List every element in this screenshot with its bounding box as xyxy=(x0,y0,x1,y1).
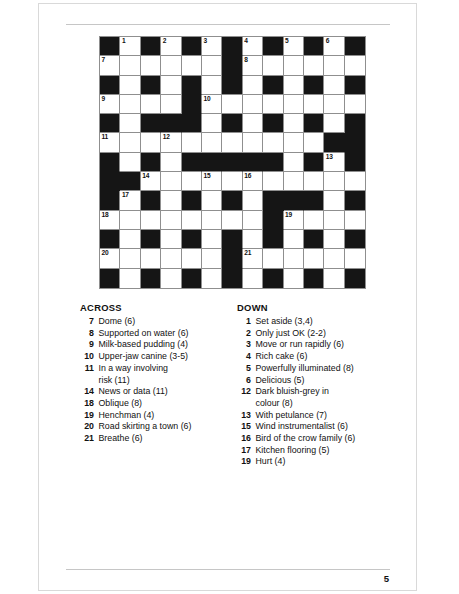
cell-r12c8[interactable]: 21 xyxy=(243,249,263,268)
cell-r8c1 xyxy=(100,172,120,191)
cell-r7c12[interactable]: 13 xyxy=(324,153,344,172)
cell-clue-number: 18 xyxy=(102,211,109,219)
cell-r3c5 xyxy=(182,76,202,95)
cell-r1c4[interactable]: 2 xyxy=(161,37,181,56)
cell-r8c12[interactable] xyxy=(324,172,344,191)
cell-clue-number: 15 xyxy=(203,172,210,180)
clue-text: Breathe (6) xyxy=(99,433,143,445)
cell-r8c4[interactable] xyxy=(161,172,181,191)
cell-r7c9 xyxy=(263,153,283,172)
cell-clue-number: 16 xyxy=(244,172,251,180)
across-clue-11: 11In a way involvingrisk (11) xyxy=(80,363,232,386)
cell-r7c10[interactable] xyxy=(284,153,304,172)
cell-r11c2[interactable] xyxy=(120,230,140,249)
cell-r10c1[interactable]: 18 xyxy=(100,211,120,230)
cell-r1c6[interactable]: 3 xyxy=(202,37,222,56)
across-clue-20: 20Road skirting a town (6) xyxy=(80,421,232,433)
cell-r5c11 xyxy=(304,114,324,133)
cell-r10c10[interactable]: 19 xyxy=(284,211,304,230)
across-header: ACROSS xyxy=(80,302,232,313)
clue-text: Dark bluish-grey incolour (8) xyxy=(256,386,329,409)
cell-r1c9 xyxy=(263,37,283,56)
cell-clue-number: 14 xyxy=(142,172,149,180)
down-clue-list: 1Set aside (3,4)2Only just OK (2-2)3Move… xyxy=(237,316,397,468)
clue-text: Milk-based pudding (4) xyxy=(99,339,188,351)
cell-r12c6[interactable] xyxy=(202,249,222,268)
down-clue-13: 13With petulance (7) xyxy=(237,410,397,422)
down-clue-16: 16Bird of the crow family (6) xyxy=(237,433,397,445)
cell-clue-number: 5 xyxy=(285,37,288,45)
cell-r5c1 xyxy=(100,114,120,133)
cell-r2c5[interactable] xyxy=(182,56,202,75)
cell-r7c5 xyxy=(182,153,202,172)
cell-r12c10[interactable] xyxy=(284,249,304,268)
clue-text: In a way involvingrisk (11) xyxy=(99,363,168,386)
cell-r6c5[interactable] xyxy=(182,133,202,152)
cell-r12c11[interactable] xyxy=(304,249,324,268)
across-section: ACROSS 7Dome (6)8Supported on water (6)9… xyxy=(80,302,232,445)
cell-r4c13[interactable] xyxy=(345,95,365,114)
cell-r1c13 xyxy=(345,37,365,56)
cell-r8c9[interactable] xyxy=(263,172,283,191)
cell-r5c10[interactable] xyxy=(284,114,304,133)
cell-clue-number: 8 xyxy=(244,56,247,64)
cell-r9c2[interactable]: 17 xyxy=(120,191,140,210)
cell-r3c1 xyxy=(100,76,120,95)
clue-text: Henchman (4) xyxy=(99,410,155,422)
across-clue-9: 9Milk-based pudding (4) xyxy=(80,339,232,351)
cell-r1c7 xyxy=(222,37,242,56)
down-clue-15: 15Wind instrumentalist (6) xyxy=(237,421,397,433)
clue-number: 14 xyxy=(80,386,94,398)
cell-clue-number: 3 xyxy=(203,37,206,45)
clue-number: 13 xyxy=(237,410,251,422)
top-rule xyxy=(66,24,390,25)
cell-r11c9 xyxy=(263,230,283,249)
cell-r1c11 xyxy=(304,37,324,56)
cell-r11c4[interactable] xyxy=(161,230,181,249)
clue-number: 9 xyxy=(80,339,94,351)
clue-text: Upper-jaw canine (3-5) xyxy=(99,351,188,363)
cell-r9c4[interactable] xyxy=(161,191,181,210)
cell-r4c6[interactable]: 10 xyxy=(202,95,222,114)
cell-r6c1[interactable]: 11 xyxy=(100,133,120,152)
cell-r10c9 xyxy=(263,211,283,230)
cell-clue-number: 2 xyxy=(163,37,166,45)
cell-r2c7 xyxy=(222,56,242,75)
cell-r1c10[interactable]: 5 xyxy=(284,37,304,56)
cell-r9c6[interactable] xyxy=(202,191,222,210)
down-clue-12: 12Dark bluish-grey incolour (8) xyxy=(237,386,397,409)
cell-r12c9[interactable] xyxy=(263,249,283,268)
cell-r12c1[interactable]: 20 xyxy=(100,249,120,268)
cell-r8c13[interactable] xyxy=(345,172,365,191)
cell-r2c13[interactable] xyxy=(345,56,365,75)
clue-text: Only just OK (2-2) xyxy=(256,328,326,340)
cell-r7c4[interactable] xyxy=(161,153,181,172)
cell-r9c1 xyxy=(100,191,120,210)
cell-r5c4 xyxy=(161,114,181,133)
cell-r8c10[interactable] xyxy=(284,172,304,191)
cell-r13c11 xyxy=(304,269,324,288)
cell-r7c6 xyxy=(202,153,222,172)
clue-number: 6 xyxy=(237,375,251,387)
down-clue-6: 6Delicious (5) xyxy=(237,375,397,387)
cell-r1c2[interactable]: 1 xyxy=(120,37,140,56)
cell-r6c7[interactable] xyxy=(222,133,242,152)
cell-r8c7[interactable] xyxy=(222,172,242,191)
cell-r6c12 xyxy=(324,133,344,152)
cell-r4c10[interactable] xyxy=(284,95,304,114)
cell-clue-number: 20 xyxy=(102,249,109,257)
cell-r3c7 xyxy=(222,76,242,95)
cell-r13c9 xyxy=(263,269,283,288)
clue-number: 12 xyxy=(237,386,251,409)
cell-r2c8[interactable]: 8 xyxy=(243,56,263,75)
cell-clue-number: 19 xyxy=(285,211,292,219)
cell-r3c6[interactable] xyxy=(202,76,222,95)
cell-r6c9[interactable] xyxy=(263,133,283,152)
clue-number: 15 xyxy=(237,421,251,433)
cell-r13c2[interactable] xyxy=(120,269,140,288)
cell-r3c9 xyxy=(263,76,283,95)
cell-r5c12[interactable] xyxy=(324,114,344,133)
cell-r6c13 xyxy=(345,133,365,152)
cell-r1c5 xyxy=(182,37,202,56)
cell-r10c7[interactable] xyxy=(222,211,242,230)
cell-r1c8[interactable]: 4 xyxy=(243,37,263,56)
cell-r8c8[interactable]: 16 xyxy=(243,172,263,191)
cell-r2c11[interactable] xyxy=(304,56,324,75)
cell-r4c2[interactable] xyxy=(120,95,140,114)
cell-r3c11 xyxy=(304,76,324,95)
cell-r6c11[interactable] xyxy=(304,133,324,152)
clue-text: Kitchen flooring (5) xyxy=(256,445,330,457)
cell-clue-number: 11 xyxy=(102,133,109,141)
cell-clue-number: 6 xyxy=(326,37,329,45)
cell-r4c7[interactable] xyxy=(222,95,242,114)
across-clue-18: 18Oblique (8) xyxy=(80,398,232,410)
cell-r8c5[interactable] xyxy=(182,172,202,191)
cell-r7c2[interactable] xyxy=(120,153,140,172)
cell-r10c6[interactable] xyxy=(202,211,222,230)
cell-clue-number: 9 xyxy=(102,95,105,103)
cell-r9c8[interactable] xyxy=(243,191,263,210)
across-clue-21: 21Breathe (6) xyxy=(80,433,232,445)
cell-clue-number: 7 xyxy=(102,56,105,64)
cell-r10c11[interactable] xyxy=(304,211,324,230)
cell-r1c3 xyxy=(141,37,161,56)
clue-text: News or data (11) xyxy=(99,386,168,398)
cell-r13c12[interactable] xyxy=(324,269,344,288)
clue-text: Hurt (4) xyxy=(256,456,286,468)
cell-r4c4[interactable] xyxy=(161,95,181,114)
cell-r12c7 xyxy=(222,249,242,268)
cell-r6c4[interactable]: 12 xyxy=(161,133,181,152)
cell-r4c11[interactable] xyxy=(304,95,324,114)
clue-text: Bird of the crow family (6) xyxy=(256,433,356,445)
across-clue-19: 19Henchman (4) xyxy=(80,410,232,422)
across-clue-8: 8Supported on water (6) xyxy=(80,328,232,340)
cell-r10c3[interactable] xyxy=(141,211,161,230)
cell-r5c13 xyxy=(345,114,365,133)
cell-r7c7 xyxy=(222,153,242,172)
cell-r13c8[interactable] xyxy=(243,269,263,288)
cell-r11c1 xyxy=(100,230,120,249)
down-clue-1: 1Set aside (3,4) xyxy=(237,316,397,328)
cell-r5c8[interactable] xyxy=(243,114,263,133)
across-clue-list: 7Dome (6)8Supported on water (6)9Milk-ba… xyxy=(80,316,232,445)
cell-r8c2 xyxy=(120,172,140,191)
clue-text: Set aside (3,4) xyxy=(256,316,313,328)
clue-number: 11 xyxy=(80,363,94,386)
cell-clue-number: 21 xyxy=(244,249,251,257)
cell-clue-number: 12 xyxy=(163,133,170,141)
cell-clue-number: 13 xyxy=(326,153,333,161)
cell-r9c11 xyxy=(304,191,324,210)
cell-r11c3 xyxy=(141,230,161,249)
across-clue-10: 10Upper-jaw canine (3-5) xyxy=(80,351,232,363)
cell-r8c6[interactable]: 15 xyxy=(202,172,222,191)
cell-r3c13 xyxy=(345,76,365,95)
clue-number: 20 xyxy=(80,421,94,433)
cell-r4c3[interactable] xyxy=(141,95,161,114)
cell-r13c13 xyxy=(345,269,365,288)
cell-r13c5 xyxy=(182,269,202,288)
clue-text: Rich cake (6) xyxy=(256,351,308,363)
cell-r6c8[interactable] xyxy=(243,133,263,152)
cell-r13c6[interactable] xyxy=(202,269,222,288)
down-clue-3: 3Move or run rapidly (6) xyxy=(237,339,397,351)
cell-r2c2[interactable] xyxy=(120,56,140,75)
cell-r11c12[interactable] xyxy=(324,230,344,249)
cell-r3c10[interactable] xyxy=(284,76,304,95)
cell-clue-number: 4 xyxy=(244,37,247,45)
cell-r7c11 xyxy=(304,153,324,172)
cell-r11c11 xyxy=(304,230,324,249)
cell-r3c12[interactable] xyxy=(324,76,344,95)
cell-r3c3 xyxy=(141,76,161,95)
cell-r11c8[interactable] xyxy=(243,230,263,249)
cell-r12c12[interactable] xyxy=(324,249,344,268)
down-clue-4: 4Rich cake (6) xyxy=(237,351,397,363)
clue-number: 19 xyxy=(80,410,94,422)
clue-text: With petulance (7) xyxy=(256,410,327,422)
cell-r3c4[interactable] xyxy=(161,76,181,95)
clue-number: 2 xyxy=(237,328,251,340)
cell-r2c10[interactable] xyxy=(284,56,304,75)
cell-r11c6[interactable] xyxy=(202,230,222,249)
cell-r5c5 xyxy=(182,114,202,133)
cell-clue-number: 17 xyxy=(122,191,129,199)
cell-r9c9 xyxy=(263,191,283,210)
cell-r9c10 xyxy=(284,191,304,210)
clue-text: Wind instrumentalist (6) xyxy=(256,421,348,433)
clue-number: 21 xyxy=(80,433,94,445)
cell-r2c1[interactable]: 7 xyxy=(100,56,120,75)
cell-r9c5 xyxy=(182,191,202,210)
clue-number: 1 xyxy=(237,316,251,328)
cell-r7c3 xyxy=(141,153,161,172)
cell-r2c3[interactable] xyxy=(141,56,161,75)
cell-r5c6[interactable] xyxy=(202,114,222,133)
down-section: DOWN 1Set aside (3,4)2Only just OK (2-2)… xyxy=(237,302,397,468)
cell-r5c2[interactable] xyxy=(120,114,140,133)
cell-r10c13[interactable] xyxy=(345,211,365,230)
clue-text: Move or run rapidly (6) xyxy=(256,339,345,351)
clue-number: 4 xyxy=(237,351,251,363)
cell-r5c7 xyxy=(222,114,242,133)
cell-r2c6[interactable] xyxy=(202,56,222,75)
cell-r8c3[interactable]: 14 xyxy=(141,172,161,191)
cell-r7c1 xyxy=(100,153,120,172)
across-clue-14: 14News or data (11) xyxy=(80,386,232,398)
cell-r6c3[interactable] xyxy=(141,133,161,152)
page: 123456789101112131415161718192021 ACROSS… xyxy=(38,3,417,591)
cell-r4c5 xyxy=(182,95,202,114)
cell-r4c12[interactable] xyxy=(324,95,344,114)
clue-text: Powerfully illuminated (8) xyxy=(256,363,354,375)
cell-r13c1 xyxy=(100,269,120,288)
cell-r4c1[interactable]: 9 xyxy=(100,95,120,114)
cell-r6c2[interactable] xyxy=(120,133,140,152)
cell-clue-number: 10 xyxy=(203,95,210,103)
clue-text: Dome (6) xyxy=(99,316,136,328)
clue-number: 10 xyxy=(80,351,94,363)
clue-number: 17 xyxy=(237,445,251,457)
cell-r10c12[interactable] xyxy=(324,211,344,230)
cell-r4c9[interactable] xyxy=(263,95,283,114)
cell-r13c3 xyxy=(141,269,161,288)
cell-r1c12[interactable]: 6 xyxy=(324,37,344,56)
cell-r13c7 xyxy=(222,269,242,288)
cell-r7c13 xyxy=(345,153,365,172)
cell-r11c10[interactable] xyxy=(284,230,304,249)
clue-text: Oblique (8) xyxy=(99,398,143,410)
cell-r12c5[interactable] xyxy=(182,249,202,268)
clue-number: 16 xyxy=(237,433,251,445)
down-clue-2: 2Only just OK (2-2) xyxy=(237,328,397,340)
across-clue-7: 7Dome (6) xyxy=(80,316,232,328)
cell-r10c8[interactable] xyxy=(243,211,263,230)
cell-r4c8[interactable] xyxy=(243,95,263,114)
cell-r11c13 xyxy=(345,230,365,249)
cell-r7c8 xyxy=(243,153,263,172)
clue-number: 7 xyxy=(80,316,94,328)
cell-r2c9[interactable] xyxy=(263,56,283,75)
down-clue-19: 19Hurt (4) xyxy=(237,456,397,468)
cell-r9c7 xyxy=(222,191,242,210)
clue-number: 5 xyxy=(237,363,251,375)
cell-r5c3 xyxy=(141,114,161,133)
cell-r9c3 xyxy=(141,191,161,210)
cell-r11c7 xyxy=(222,230,242,249)
cell-r11c5 xyxy=(182,230,202,249)
cell-r6c10[interactable] xyxy=(284,133,304,152)
cell-r8c11[interactable] xyxy=(304,172,324,191)
clue-number: 19 xyxy=(237,456,251,468)
cell-r12c4[interactable] xyxy=(161,249,181,268)
page-number: 5 xyxy=(384,573,389,584)
cell-r9c13 xyxy=(345,191,365,210)
cell-r2c12[interactable] xyxy=(324,56,344,75)
cell-r10c4[interactable] xyxy=(161,211,181,230)
cell-r13c4[interactable] xyxy=(161,269,181,288)
clue-text: Road skirting a town (6) xyxy=(99,421,192,433)
cell-r10c2[interactable] xyxy=(120,211,140,230)
down-clue-17: 17Kitchen flooring (5) xyxy=(237,445,397,457)
cell-clue-number: 1 xyxy=(122,37,125,45)
cell-r13c10[interactable] xyxy=(284,269,304,288)
down-clue-5: 5Powerfully illuminated (8) xyxy=(237,363,397,375)
cell-r1c1 xyxy=(100,37,120,56)
cell-r10c5[interactable] xyxy=(182,211,202,230)
cell-r3c8[interactable] xyxy=(243,76,263,95)
cell-r12c13[interactable] xyxy=(345,249,365,268)
clue-number: 3 xyxy=(237,339,251,351)
cell-r2c4[interactable] xyxy=(161,56,181,75)
crossword-grid: 123456789101112131415161718192021 xyxy=(99,36,366,289)
cell-r3c2[interactable] xyxy=(120,76,140,95)
cell-r9c12[interactable] xyxy=(324,191,344,210)
clue-text: Delicious (5) xyxy=(256,375,305,387)
clue-text: Supported on water (6) xyxy=(99,328,189,340)
cell-r12c3[interactable] xyxy=(141,249,161,268)
cell-r6c6[interactable] xyxy=(202,133,222,152)
bottom-rule xyxy=(66,569,390,570)
clue-number: 18 xyxy=(80,398,94,410)
cell-r12c2[interactable] xyxy=(120,249,140,268)
cell-r5c9 xyxy=(263,114,283,133)
clue-number: 8 xyxy=(80,328,94,340)
down-header: DOWN xyxy=(237,302,397,313)
